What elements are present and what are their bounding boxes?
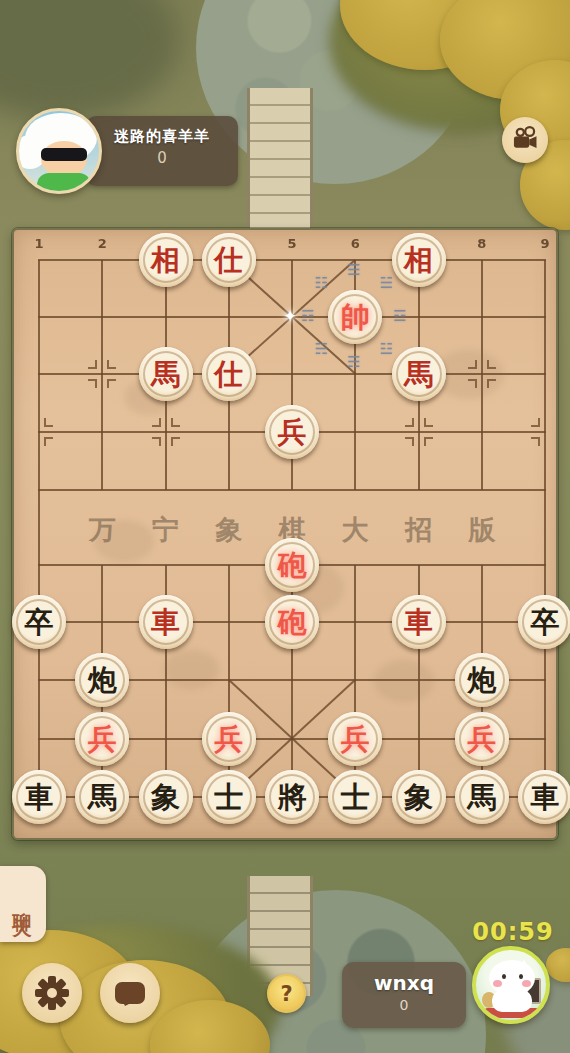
piece-black-象[interactable]: 象: [392, 770, 446, 824]
help-button[interactable]: ?: [267, 974, 306, 1013]
piece-red-仕[interactable]: 仕: [202, 347, 256, 401]
point-marker: [151, 417, 181, 447]
board-column-label: 5: [284, 236, 300, 251]
chat-message-button[interactable]: [100, 963, 160, 1023]
top-player-avatar[interactable]: [16, 108, 102, 194]
spectate-camera-button[interactable]: [502, 117, 548, 163]
board-column-label: 2: [94, 236, 110, 251]
avatar-shirt: [37, 173, 91, 194]
game-screen: 迷路的喜羊羊 0 123456789万宁象棋大招版☰☱☲☳☴☵☶☷✦相仕相帥馬仕…: [0, 0, 570, 1053]
piece-black-士[interactable]: 士: [202, 770, 256, 824]
board-column-label: 6: [347, 236, 363, 251]
piece-red-相[interactable]: 相: [139, 233, 193, 287]
point-marker: [404, 417, 434, 447]
piece-black-馬[interactable]: 馬: [455, 770, 509, 824]
bottom-player-name: wnxq: [342, 971, 466, 995]
board-grid-vline: [38, 260, 40, 797]
move-timer: 00:59: [470, 918, 556, 946]
piece-red-馬[interactable]: 馬: [392, 347, 446, 401]
cat-eye-right: [519, 974, 523, 979]
bottom-player-plate: wnxq 0: [342, 962, 466, 1028]
piece-black-炮[interactable]: 炮: [75, 653, 129, 707]
bottom-player-avatar[interactable]: [472, 946, 550, 1024]
point-marker: [87, 359, 117, 389]
piece-red-仕[interactable]: 仕: [202, 233, 256, 287]
piece-red-兵[interactable]: 兵: [202, 712, 256, 766]
piece-black-將[interactable]: 將: [265, 770, 319, 824]
piece-black-卒[interactable]: 卒: [518, 595, 570, 649]
piece-black-馬[interactable]: 馬: [75, 770, 129, 824]
chat-tab-button[interactable]: 聊天: [0, 866, 46, 942]
piece-red-車[interactable]: 車: [139, 595, 193, 649]
piece-black-象[interactable]: 象: [139, 770, 193, 824]
board-grid-vline: [544, 260, 546, 797]
settings-button[interactable]: [22, 963, 82, 1023]
river-watermark-text: 版: [467, 512, 497, 548]
bottom-player-score: 0: [342, 997, 466, 1013]
board-watermark-smudge: [374, 660, 434, 702]
cat-cheek-right: [522, 980, 531, 987]
grass-shade-top-left: [0, 0, 180, 120]
piece-red-兵[interactable]: 兵: [265, 405, 319, 459]
piece-black-炮[interactable]: 炮: [455, 653, 509, 707]
chat-bubble-icon: [115, 982, 145, 1004]
board-watermark-smudge: [164, 650, 219, 689]
river-watermark-text: 招: [404, 512, 434, 548]
piece-red-相[interactable]: 相: [392, 233, 446, 287]
piece-red-帥[interactable]: 帥: [328, 290, 382, 344]
piece-red-砲[interactable]: 砲: [265, 595, 319, 649]
piece-black-車[interactable]: 車: [518, 770, 570, 824]
xiangqi-board: 123456789万宁象棋大招版☰☱☲☳☴☵☶☷✦相仕相帥馬仕馬兵砲車砲車兵兵兵…: [12, 228, 558, 840]
stone-path-top: [247, 88, 313, 236]
piece-red-車[interactable]: 車: [392, 595, 446, 649]
video-camera-icon: [508, 123, 542, 157]
piece-black-士[interactable]: 士: [328, 770, 382, 824]
top-player-score: 0: [86, 149, 238, 167]
cat-cheek-left: [493, 980, 502, 987]
piece-black-車[interactable]: 車: [12, 770, 66, 824]
river-watermark-text: 宁: [151, 512, 181, 548]
top-player-name: 迷路的喜羊羊: [86, 127, 238, 146]
piece-red-砲[interactable]: 砲: [265, 538, 319, 592]
piece-red-馬[interactable]: 馬: [139, 347, 193, 401]
board-watermark-smudge: [94, 520, 154, 562]
piece-red-兵[interactable]: 兵: [328, 712, 382, 766]
river-watermark-text: 大: [340, 512, 370, 548]
piece-black-卒[interactable]: 卒: [12, 595, 66, 649]
piece-red-兵[interactable]: 兵: [75, 712, 129, 766]
river-watermark-text: 象: [214, 512, 244, 548]
board-column-label: 8: [474, 236, 490, 251]
point-marker: [24, 417, 54, 447]
point-marker: [530, 417, 560, 447]
last-move-sparkle: ✦: [283, 306, 297, 326]
gear-icon: [32, 973, 72, 1013]
top-player-plate: 迷路的喜羊羊 0: [86, 116, 238, 186]
cat-eye-left: [502, 974, 506, 979]
sunglasses-icon: [41, 148, 87, 161]
board-column-label: 1: [31, 236, 47, 251]
board-column-label: 9: [537, 236, 553, 251]
piece-red-兵[interactable]: 兵: [455, 712, 509, 766]
cat-body: [492, 990, 532, 1012]
